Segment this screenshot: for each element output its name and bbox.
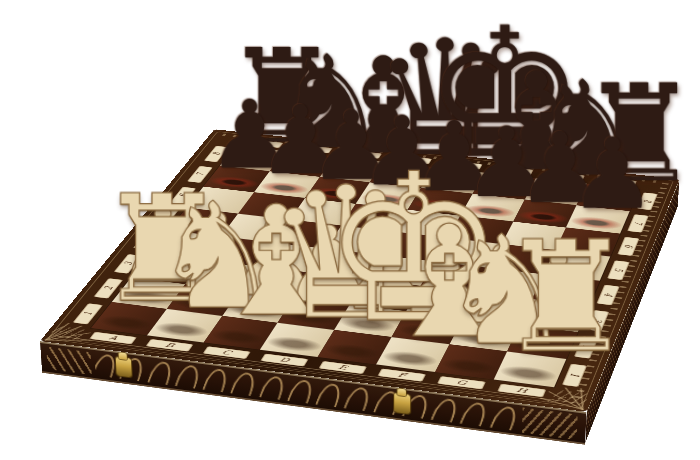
brass-clasp [394, 393, 410, 414]
file-label-text: C [221, 349, 233, 356]
file-label-text: B [164, 342, 176, 348]
arch-carving [344, 386, 374, 411]
white-king-e1[interactable]: ♚ [322, 147, 382, 352]
arch-carving [259, 375, 288, 400]
chess-set-box: ABCDEFGH ABCDEFGH 87654321 87654321 ♜♞♝♛… [40, 129, 679, 412]
arch-carving [147, 361, 175, 385]
file-label-text: E [337, 364, 349, 371]
fan-carving [522, 407, 578, 439]
white-knight-g1[interactable]: ♞ [438, 217, 499, 367]
arch-carving [230, 371, 258, 396]
white-rook-h1[interactable]: ♜ [498, 221, 559, 374]
white-queen-d1[interactable]: ♛ [265, 163, 325, 345]
white-bishop-f1[interactable]: ♝ [380, 206, 440, 360]
rank-label-text: 1 [81, 311, 94, 316]
white-bishop-c1[interactable]: ♝ [208, 186, 267, 337]
file-label-text: F [396, 372, 407, 379]
chevron-carving [46, 347, 91, 375]
file-label-text: G [455, 379, 467, 386]
arch-carving [174, 364, 202, 388]
file-label-text: D [278, 357, 291, 364]
white-rook-a1[interactable]: ♜ [96, 176, 155, 324]
brass-clasp [116, 357, 132, 378]
arch-carving [489, 405, 516, 430]
file-label-text: A [107, 335, 119, 341]
arch-carving [287, 379, 316, 404]
square-h1[interactable]: ♜ [494, 352, 566, 388]
arch-carving [315, 383, 344, 408]
photo-background: ABCDEFGH ABCDEFGH 87654321 87654321 ♜♞♝♛… [0, 0, 700, 460]
white-knight-b1[interactable]: ♞ [152, 184, 211, 330]
arch-carving [202, 368, 230, 392]
arch-carving [460, 401, 491, 426]
file-label-text: H [515, 387, 528, 394]
arch-carving [431, 398, 461, 423]
